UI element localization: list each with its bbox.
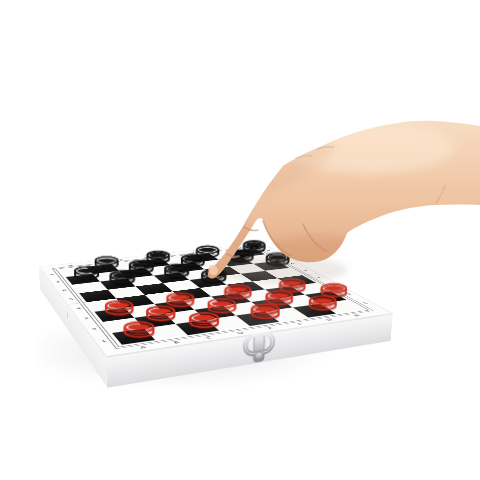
black-piece-a7[interactable]: ⛂	[68, 259, 105, 283]
square-a1[interactable]: ⛂	[112, 328, 155, 344]
black-piece-b6[interactable]: ⛂	[103, 263, 141, 288]
black-piece-d6[interactable]: ⛂	[158, 258, 195, 282]
black-piece-h6[interactable]: ⛂	[260, 247, 295, 270]
box-fold-seam-side	[67, 305, 69, 331]
red-piece-c1[interactable]: ⛂	[181, 304, 226, 333]
product-photo-scene: { "game": "checkers", "variant": "englis…	[0, 0, 480, 480]
red-piece-a1[interactable]: ⛂	[116, 313, 162, 343]
red-piece-g1[interactable]: ⛂	[301, 288, 343, 315]
square-b6[interactable]: ⛂	[100, 278, 136, 289]
checkers-board-box: ABCDEFGH ABCDEFGH 87654321 87654321 ⛂⛂⛂⛂…	[39, 243, 393, 357]
red-piece-e1[interactable]: ⛂	[243, 296, 286, 324]
